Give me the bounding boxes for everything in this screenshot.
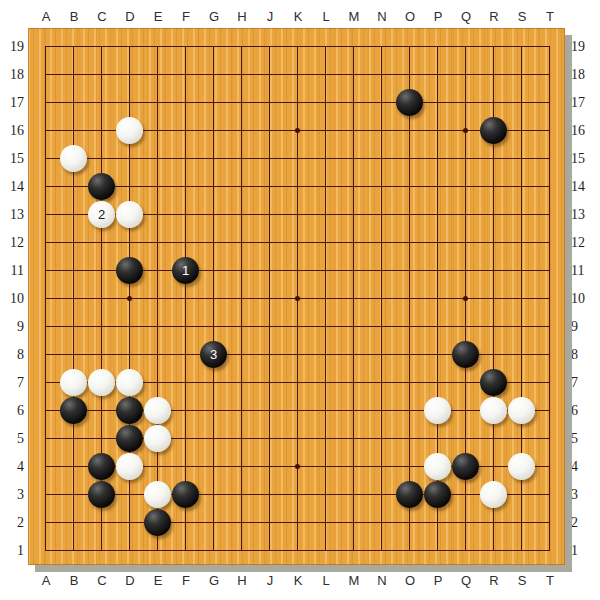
intersection-L17[interactable] — [312, 89, 340, 117]
intersection-H17[interactable] — [228, 89, 256, 117]
intersection-C8[interactable] — [88, 341, 116, 369]
intersection-T19[interactable] — [536, 33, 564, 61]
intersection-J8[interactable] — [256, 341, 284, 369]
intersection-H5[interactable] — [228, 425, 256, 453]
intersection-A14[interactable] — [32, 173, 60, 201]
intersection-A6[interactable] — [32, 397, 60, 425]
intersection-P17[interactable] — [424, 89, 452, 117]
intersection-H7[interactable] — [228, 369, 256, 397]
intersection-F5[interactable] — [172, 425, 200, 453]
intersection-O9[interactable] — [396, 313, 424, 341]
intersection-K9[interactable] — [284, 313, 312, 341]
intersection-D15[interactable] — [116, 145, 144, 173]
intersection-B10[interactable] — [60, 285, 88, 313]
intersection-A5[interactable] — [32, 425, 60, 453]
intersection-E9[interactable] — [144, 313, 172, 341]
intersection-M3[interactable] — [340, 481, 368, 509]
intersection-P12[interactable] — [424, 229, 452, 257]
intersection-H19[interactable] — [228, 33, 256, 61]
intersection-G5[interactable] — [200, 425, 228, 453]
intersection-O6[interactable] — [396, 397, 424, 425]
intersection-G6[interactable] — [200, 397, 228, 425]
intersection-L14[interactable] — [312, 173, 340, 201]
intersection-R7[interactable] — [480, 369, 508, 397]
intersection-R2[interactable] — [480, 509, 508, 537]
intersection-G9[interactable] — [200, 313, 228, 341]
intersection-M4[interactable] — [340, 453, 368, 481]
intersection-S7[interactable] — [508, 369, 536, 397]
intersection-K8[interactable] — [284, 341, 312, 369]
intersection-S12[interactable] — [508, 229, 536, 257]
intersection-P10[interactable] — [424, 285, 452, 313]
intersection-H4[interactable] — [228, 453, 256, 481]
intersection-A18[interactable] — [32, 61, 60, 89]
intersection-P15[interactable] — [424, 145, 452, 173]
intersection-A1[interactable] — [32, 537, 60, 565]
intersection-A7[interactable] — [32, 369, 60, 397]
intersection-H3[interactable] — [228, 481, 256, 509]
intersection-K19[interactable] — [284, 33, 312, 61]
intersection-O3[interactable] — [396, 481, 424, 509]
intersection-B12[interactable] — [60, 229, 88, 257]
intersection-N10[interactable] — [368, 285, 396, 313]
intersection-P11[interactable] — [424, 257, 452, 285]
intersection-H16[interactable] — [228, 117, 256, 145]
intersection-S1[interactable] — [508, 537, 536, 565]
intersection-H13[interactable] — [228, 201, 256, 229]
intersection-R6[interactable] — [480, 397, 508, 425]
intersection-N19[interactable] — [368, 33, 396, 61]
intersection-E10[interactable] — [144, 285, 172, 313]
intersection-B4[interactable] — [60, 453, 88, 481]
intersection-C7[interactable] — [88, 369, 116, 397]
intersection-Q3[interactable] — [452, 481, 480, 509]
intersection-S9[interactable] — [508, 313, 536, 341]
intersection-E2[interactable] — [144, 509, 172, 537]
intersection-J16[interactable] — [256, 117, 284, 145]
intersection-A4[interactable] — [32, 453, 60, 481]
intersection-D7[interactable] — [116, 369, 144, 397]
intersection-S17[interactable] — [508, 89, 536, 117]
intersection-Q14[interactable] — [452, 173, 480, 201]
intersection-J4[interactable] — [256, 453, 284, 481]
intersection-R18[interactable] — [480, 61, 508, 89]
intersection-T7[interactable] — [536, 369, 564, 397]
intersection-G11[interactable] — [200, 257, 228, 285]
intersection-F4[interactable] — [172, 453, 200, 481]
intersection-M11[interactable] — [340, 257, 368, 285]
intersection-G15[interactable] — [200, 145, 228, 173]
intersection-T5[interactable] — [536, 425, 564, 453]
intersection-H9[interactable] — [228, 313, 256, 341]
intersection-C13[interactable]: 2 — [88, 201, 116, 229]
intersection-N3[interactable] — [368, 481, 396, 509]
intersection-J6[interactable] — [256, 397, 284, 425]
intersection-K2[interactable] — [284, 509, 312, 537]
intersection-D18[interactable] — [116, 61, 144, 89]
intersection-C12[interactable] — [88, 229, 116, 257]
intersection-M8[interactable] — [340, 341, 368, 369]
intersection-D10[interactable] — [116, 285, 144, 313]
intersection-P8[interactable] — [424, 341, 452, 369]
intersection-S14[interactable] — [508, 173, 536, 201]
intersection-P9[interactable] — [424, 313, 452, 341]
intersection-M15[interactable] — [340, 145, 368, 173]
intersection-N12[interactable] — [368, 229, 396, 257]
intersection-E14[interactable] — [144, 173, 172, 201]
intersection-R8[interactable] — [480, 341, 508, 369]
intersection-Q9[interactable] — [452, 313, 480, 341]
intersection-Q11[interactable] — [452, 257, 480, 285]
intersection-M17[interactable] — [340, 89, 368, 117]
intersection-N5[interactable] — [368, 425, 396, 453]
intersection-S16[interactable] — [508, 117, 536, 145]
intersection-C16[interactable] — [88, 117, 116, 145]
intersection-R3[interactable] — [480, 481, 508, 509]
intersection-G19[interactable] — [200, 33, 228, 61]
intersection-K6[interactable] — [284, 397, 312, 425]
intersection-J2[interactable] — [256, 509, 284, 537]
intersection-F6[interactable] — [172, 397, 200, 425]
intersection-T2[interactable] — [536, 509, 564, 537]
intersection-D16[interactable] — [116, 117, 144, 145]
intersection-J13[interactable] — [256, 201, 284, 229]
intersection-P3[interactable] — [424, 481, 452, 509]
intersection-F12[interactable] — [172, 229, 200, 257]
intersection-C9[interactable] — [88, 313, 116, 341]
intersection-K4[interactable] — [284, 453, 312, 481]
intersection-G17[interactable] — [200, 89, 228, 117]
intersection-N9[interactable] — [368, 313, 396, 341]
intersection-K10[interactable] — [284, 285, 312, 313]
intersection-D8[interactable] — [116, 341, 144, 369]
intersection-T11[interactable] — [536, 257, 564, 285]
intersection-G2[interactable] — [200, 509, 228, 537]
intersection-D13[interactable] — [116, 201, 144, 229]
intersection-J12[interactable] — [256, 229, 284, 257]
intersection-B1[interactable] — [60, 537, 88, 565]
intersection-Q5[interactable] — [452, 425, 480, 453]
intersection-B17[interactable] — [60, 89, 88, 117]
intersection-Q8[interactable] — [452, 341, 480, 369]
intersection-P2[interactable] — [424, 509, 452, 537]
intersection-H18[interactable] — [228, 61, 256, 89]
intersection-K18[interactable] — [284, 61, 312, 89]
intersection-E16[interactable] — [144, 117, 172, 145]
intersection-L9[interactable] — [312, 313, 340, 341]
intersection-O15[interactable] — [396, 145, 424, 173]
intersection-S13[interactable] — [508, 201, 536, 229]
intersection-B8[interactable] — [60, 341, 88, 369]
intersection-E12[interactable] — [144, 229, 172, 257]
intersection-F15[interactable] — [172, 145, 200, 173]
intersection-A10[interactable] — [32, 285, 60, 313]
intersection-A2[interactable] — [32, 509, 60, 537]
intersection-N6[interactable] — [368, 397, 396, 425]
intersection-J3[interactable] — [256, 481, 284, 509]
intersection-C1[interactable] — [88, 537, 116, 565]
intersection-Q15[interactable] — [452, 145, 480, 173]
intersection-G10[interactable] — [200, 285, 228, 313]
intersection-R11[interactable] — [480, 257, 508, 285]
intersection-M7[interactable] — [340, 369, 368, 397]
intersection-T9[interactable] — [536, 313, 564, 341]
intersection-O2[interactable] — [396, 509, 424, 537]
intersection-D17[interactable] — [116, 89, 144, 117]
intersection-C10[interactable] — [88, 285, 116, 313]
intersection-P13[interactable] — [424, 201, 452, 229]
intersection-A8[interactable] — [32, 341, 60, 369]
intersection-T17[interactable] — [536, 89, 564, 117]
intersection-H6[interactable] — [228, 397, 256, 425]
intersection-M9[interactable] — [340, 313, 368, 341]
intersection-B18[interactable] — [60, 61, 88, 89]
intersection-E5[interactable] — [144, 425, 172, 453]
intersection-M19[interactable] — [340, 33, 368, 61]
intersection-J11[interactable] — [256, 257, 284, 285]
intersection-R12[interactable] — [480, 229, 508, 257]
intersection-T12[interactable] — [536, 229, 564, 257]
intersection-Q10[interactable] — [452, 285, 480, 313]
intersection-S8[interactable] — [508, 341, 536, 369]
intersection-E4[interactable] — [144, 453, 172, 481]
intersection-N14[interactable] — [368, 173, 396, 201]
intersection-J14[interactable] — [256, 173, 284, 201]
intersection-S2[interactable] — [508, 509, 536, 537]
intersection-N16[interactable] — [368, 117, 396, 145]
intersection-E18[interactable] — [144, 61, 172, 89]
intersection-C17[interactable] — [88, 89, 116, 117]
intersection-B11[interactable] — [60, 257, 88, 285]
intersection-F1[interactable] — [172, 537, 200, 565]
intersection-O10[interactable] — [396, 285, 424, 313]
intersection-T15[interactable] — [536, 145, 564, 173]
intersection-R16[interactable] — [480, 117, 508, 145]
intersection-J18[interactable] — [256, 61, 284, 89]
intersection-P18[interactable] — [424, 61, 452, 89]
intersection-J17[interactable] — [256, 89, 284, 117]
intersection-T1[interactable] — [536, 537, 564, 565]
intersection-J7[interactable] — [256, 369, 284, 397]
intersection-E19[interactable] — [144, 33, 172, 61]
intersection-L11[interactable] — [312, 257, 340, 285]
intersection-R14[interactable] — [480, 173, 508, 201]
intersection-S6[interactable] — [508, 397, 536, 425]
intersection-Q4[interactable] — [452, 453, 480, 481]
intersection-G1[interactable] — [200, 537, 228, 565]
intersection-F18[interactable] — [172, 61, 200, 89]
intersection-R13[interactable] — [480, 201, 508, 229]
intersection-T14[interactable] — [536, 173, 564, 201]
intersection-L8[interactable] — [312, 341, 340, 369]
intersection-P6[interactable] — [424, 397, 452, 425]
intersection-T18[interactable] — [536, 61, 564, 89]
intersection-K11[interactable] — [284, 257, 312, 285]
intersection-L16[interactable] — [312, 117, 340, 145]
intersection-O19[interactable] — [396, 33, 424, 61]
intersection-D4[interactable] — [116, 453, 144, 481]
intersection-A3[interactable] — [32, 481, 60, 509]
intersection-B15[interactable] — [60, 145, 88, 173]
intersection-E11[interactable] — [144, 257, 172, 285]
intersection-O14[interactable] — [396, 173, 424, 201]
intersection-M18[interactable] — [340, 61, 368, 89]
intersection-D6[interactable] — [116, 397, 144, 425]
intersection-L19[interactable] — [312, 33, 340, 61]
intersection-E6[interactable] — [144, 397, 172, 425]
intersection-L4[interactable] — [312, 453, 340, 481]
intersection-G12[interactable] — [200, 229, 228, 257]
intersection-Q6[interactable] — [452, 397, 480, 425]
intersection-L2[interactable] — [312, 509, 340, 537]
intersection-Q19[interactable] — [452, 33, 480, 61]
intersection-N11[interactable] — [368, 257, 396, 285]
intersection-P1[interactable] — [424, 537, 452, 565]
intersection-A13[interactable] — [32, 201, 60, 229]
intersection-T6[interactable] — [536, 397, 564, 425]
intersection-J5[interactable] — [256, 425, 284, 453]
intersection-S19[interactable] — [508, 33, 536, 61]
intersection-M10[interactable] — [340, 285, 368, 313]
intersection-D12[interactable] — [116, 229, 144, 257]
intersection-B14[interactable] — [60, 173, 88, 201]
intersection-L5[interactable] — [312, 425, 340, 453]
intersection-E7[interactable] — [144, 369, 172, 397]
intersection-S11[interactable] — [508, 257, 536, 285]
intersection-R9[interactable] — [480, 313, 508, 341]
intersection-G7[interactable] — [200, 369, 228, 397]
intersection-Q1[interactable] — [452, 537, 480, 565]
intersection-S10[interactable] — [508, 285, 536, 313]
intersection-O17[interactable] — [396, 89, 424, 117]
intersection-O13[interactable] — [396, 201, 424, 229]
intersection-O12[interactable] — [396, 229, 424, 257]
intersection-E17[interactable] — [144, 89, 172, 117]
intersection-K1[interactable] — [284, 537, 312, 565]
intersection-O8[interactable] — [396, 341, 424, 369]
intersection-J15[interactable] — [256, 145, 284, 173]
intersection-K7[interactable] — [284, 369, 312, 397]
intersection-O4[interactable] — [396, 453, 424, 481]
intersection-P5[interactable] — [424, 425, 452, 453]
intersection-C2[interactable] — [88, 509, 116, 537]
intersection-R4[interactable] — [480, 453, 508, 481]
intersection-O11[interactable] — [396, 257, 424, 285]
intersection-R5[interactable] — [480, 425, 508, 453]
intersection-C19[interactable] — [88, 33, 116, 61]
intersection-H15[interactable] — [228, 145, 256, 173]
intersection-Q12[interactable] — [452, 229, 480, 257]
intersection-K17[interactable] — [284, 89, 312, 117]
intersection-K15[interactable] — [284, 145, 312, 173]
intersection-P14[interactable] — [424, 173, 452, 201]
intersection-J1[interactable] — [256, 537, 284, 565]
intersection-G4[interactable] — [200, 453, 228, 481]
intersection-K16[interactable] — [284, 117, 312, 145]
intersection-C11[interactable] — [88, 257, 116, 285]
intersection-D5[interactable] — [116, 425, 144, 453]
intersection-B13[interactable] — [60, 201, 88, 229]
intersection-H10[interactable] — [228, 285, 256, 313]
intersection-G13[interactable] — [200, 201, 228, 229]
intersection-A16[interactable] — [32, 117, 60, 145]
intersection-B19[interactable] — [60, 33, 88, 61]
intersection-P7[interactable] — [424, 369, 452, 397]
intersection-G16[interactable] — [200, 117, 228, 145]
intersection-R17[interactable] — [480, 89, 508, 117]
intersection-O1[interactable] — [396, 537, 424, 565]
intersection-M13[interactable] — [340, 201, 368, 229]
intersection-E15[interactable] — [144, 145, 172, 173]
intersection-K14[interactable] — [284, 173, 312, 201]
intersection-Q13[interactable] — [452, 201, 480, 229]
intersection-F13[interactable] — [172, 201, 200, 229]
intersection-A9[interactable] — [32, 313, 60, 341]
intersection-G3[interactable] — [200, 481, 228, 509]
intersection-J19[interactable] — [256, 33, 284, 61]
intersection-J10[interactable] — [256, 285, 284, 313]
intersection-D2[interactable] — [116, 509, 144, 537]
intersection-N8[interactable] — [368, 341, 396, 369]
intersection-T8[interactable] — [536, 341, 564, 369]
intersection-S5[interactable] — [508, 425, 536, 453]
intersection-R1[interactable] — [480, 537, 508, 565]
intersection-R19[interactable] — [480, 33, 508, 61]
intersection-F16[interactable] — [172, 117, 200, 145]
intersection-H1[interactable] — [228, 537, 256, 565]
intersection-L18[interactable] — [312, 61, 340, 89]
intersection-A15[interactable] — [32, 145, 60, 173]
intersection-C18[interactable] — [88, 61, 116, 89]
intersection-O16[interactable] — [396, 117, 424, 145]
intersection-M2[interactable] — [340, 509, 368, 537]
intersection-G14[interactable] — [200, 173, 228, 201]
intersection-R10[interactable] — [480, 285, 508, 313]
intersection-P16[interactable] — [424, 117, 452, 145]
intersection-N4[interactable] — [368, 453, 396, 481]
intersection-N17[interactable] — [368, 89, 396, 117]
intersection-G8[interactable]: 3 — [200, 341, 228, 369]
intersection-M12[interactable] — [340, 229, 368, 257]
intersection-F11[interactable]: 1 — [172, 257, 200, 285]
intersection-C5[interactable] — [88, 425, 116, 453]
intersection-O5[interactable] — [396, 425, 424, 453]
intersection-B2[interactable] — [60, 509, 88, 537]
intersection-E8[interactable] — [144, 341, 172, 369]
intersection-O7[interactable] — [396, 369, 424, 397]
intersection-S18[interactable] — [508, 61, 536, 89]
intersection-F17[interactable] — [172, 89, 200, 117]
intersection-C4[interactable] — [88, 453, 116, 481]
intersection-N7[interactable] — [368, 369, 396, 397]
intersection-T4[interactable] — [536, 453, 564, 481]
intersection-L10[interactable] — [312, 285, 340, 313]
intersection-Q2[interactable] — [452, 509, 480, 537]
intersection-M6[interactable] — [340, 397, 368, 425]
intersection-L12[interactable] — [312, 229, 340, 257]
intersection-L1[interactable] — [312, 537, 340, 565]
intersection-K5[interactable] — [284, 425, 312, 453]
intersection-D9[interactable] — [116, 313, 144, 341]
intersection-Q7[interactable] — [452, 369, 480, 397]
intersection-E13[interactable] — [144, 201, 172, 229]
intersection-D11[interactable] — [116, 257, 144, 285]
intersection-H12[interactable] — [228, 229, 256, 257]
intersection-F19[interactable] — [172, 33, 200, 61]
intersection-L13[interactable] — [312, 201, 340, 229]
intersection-B6[interactable] — [60, 397, 88, 425]
intersection-C14[interactable] — [88, 173, 116, 201]
